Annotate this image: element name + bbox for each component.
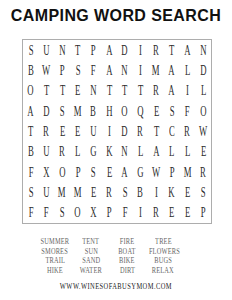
grid-cell-r3c2: T — [39, 81, 55, 101]
grid-cell-r2c7: N — [117, 60, 133, 80]
grid-cell-r9c12: P — [195, 203, 211, 223]
grid-letter: S — [60, 205, 65, 220]
grid-cell-r6c9: A — [148, 142, 164, 162]
grid-cell-r1c10: T — [164, 40, 180, 60]
word-label: TRAIL — [45, 257, 65, 266]
grid-letter: N — [122, 63, 128, 78]
grid-letter: I — [139, 205, 142, 220]
word-smores: SMORES — [37, 248, 73, 257]
word-list: SUMMERTENTFIRETREESMORESSUNBOATFLOWERSTR… — [37, 238, 183, 275]
grid-cell-r8c10: K — [164, 182, 180, 202]
grid-cell-r1c12: N — [195, 40, 211, 60]
grid-cell-r3c7: T — [117, 81, 133, 101]
grid-cell-r8c7: S — [117, 182, 133, 202]
grid-letter: F — [122, 205, 127, 220]
grid-letter: E — [60, 124, 65, 139]
grid-letter: L — [185, 63, 190, 78]
grid-cell-r6c6: K — [101, 142, 117, 162]
grid-letter: T — [138, 83, 143, 98]
grid-cell-r8c8: B — [133, 182, 149, 202]
grid-letter: E — [75, 124, 80, 139]
grid-letter: E — [185, 205, 190, 220]
grid-letter: E — [185, 185, 190, 200]
grid-letter: P — [75, 165, 80, 180]
grid-cell-r8c9: I — [148, 182, 164, 202]
grid-cell-r1c3: N — [54, 40, 70, 60]
word-sun: SUN — [73, 248, 109, 257]
grid-cell-r2c12: D — [195, 60, 211, 80]
grid-cell-r6c3: R — [54, 142, 70, 162]
grid-letter: O — [75, 205, 81, 220]
grid-cell-r5c10: C — [164, 121, 180, 141]
word-label: SAND — [82, 257, 100, 266]
grid-letter: A — [169, 83, 175, 98]
grid-cell-r4c10: S — [164, 101, 180, 121]
grid-cell-r2c6: A — [101, 60, 117, 80]
grid-cell-r4c6: H — [101, 101, 117, 121]
grid-cell-r9c10: E — [164, 203, 180, 223]
grid-cell-r7c9: W — [148, 162, 164, 182]
grid-cell-r8c6: R — [101, 182, 117, 202]
grid-cell-r6c8: L — [133, 142, 149, 162]
letter-grid: SUNTPADIRTANBWPSFANIMALDOTTENTTTRAILADSM… — [22, 39, 212, 224]
grid-letter: M — [74, 104, 82, 119]
grid-cell-r9c3: S — [54, 203, 70, 223]
grid-cell-r2c3: P — [54, 60, 70, 80]
grid-cell-r8c4: M — [70, 182, 86, 202]
grid-cell-r2c4: S — [70, 60, 86, 80]
grid-letter: P — [201, 205, 206, 220]
grid-letter: R — [106, 185, 112, 200]
grid-letter: N — [200, 43, 206, 58]
word-label: DIRT — [119, 267, 134, 276]
grid-letter: T — [44, 83, 49, 98]
grid-cell-r5c9: T — [148, 121, 164, 141]
grid-letter: R — [138, 124, 144, 139]
footer-url: WWW.WINESOFABUSYMOM.COM — [0, 281, 232, 291]
grid-cell-r3c4: E — [70, 81, 86, 101]
grid-cell-r4c7: O — [117, 101, 133, 121]
grid-cell-r5c11: R — [180, 121, 196, 141]
grid-letter: S — [75, 63, 80, 78]
word-bike: BIKE — [109, 257, 145, 266]
grid-letter: T — [28, 124, 33, 139]
grid-letter: A — [106, 43, 112, 58]
grid-cell-r2c8: I — [133, 60, 149, 80]
word-relax: RELAX — [145, 267, 181, 276]
grid-letter: P — [60, 63, 65, 78]
grid-letter: B — [28, 144, 34, 159]
grid-letter: S — [201, 185, 206, 200]
grid-letter: X — [90, 205, 96, 220]
grid-letter: A — [106, 63, 112, 78]
grid-letter: T — [60, 83, 65, 98]
grid-letter: I — [139, 43, 142, 58]
word-label: TREE — [155, 238, 172, 247]
word-summer: SUMMER — [37, 238, 73, 247]
grid-cell-r7c3: O — [54, 162, 70, 182]
grid-letter: P — [107, 205, 112, 220]
grid-letter: F — [28, 165, 33, 180]
grid-letter: U — [43, 43, 49, 58]
grid-cell-r3c8: T — [133, 81, 149, 101]
grid-cell-r6c12: E — [195, 142, 211, 162]
grid-cell-r3c3: T — [54, 81, 70, 101]
grid-cell-r4c5: B — [86, 101, 102, 121]
grid-cell-r1c9: R — [148, 40, 164, 60]
grid-letter: T — [154, 124, 159, 139]
grid-letter: I — [139, 63, 142, 78]
grid-cell-r1c6: A — [101, 40, 117, 60]
grid-cell-r3c1: O — [23, 81, 39, 101]
grid-letter: F — [28, 205, 33, 220]
grid-cell-r4c8: Q — [133, 101, 149, 121]
word-label: RELAX — [152, 267, 174, 276]
grid-cell-r1c4: T — [70, 40, 86, 60]
grid-cell-r7c6: E — [101, 162, 117, 182]
grid-cell-r7c7: A — [117, 162, 133, 182]
grid-letter: R — [185, 124, 191, 139]
grid-letter: A — [122, 165, 128, 180]
grid-letter: O — [28, 83, 34, 98]
grid-cell-r3c12: L — [195, 81, 211, 101]
word-label: WATER — [80, 267, 102, 276]
grid-letter: U — [43, 185, 49, 200]
grid-letter: O — [122, 104, 128, 119]
grid-letter: P — [91, 43, 96, 58]
grid-letter: M — [152, 63, 160, 78]
grid-letter: E — [75, 83, 80, 98]
grid-letter: C — [169, 124, 175, 139]
worksheet-page: CAMPING WORD SEARCH SUNTPADIRTANBWPSFANI… — [0, 0, 232, 300]
grid-letter: H — [106, 104, 112, 119]
grid-letter: L — [138, 144, 143, 159]
grid-cell-r8c2: U — [39, 182, 55, 202]
grid-cell-r4c9: E — [148, 101, 164, 121]
grid-letter: S — [122, 185, 127, 200]
grid-cell-r6c4: L — [70, 142, 86, 162]
grid-letter: E — [154, 104, 159, 119]
grid-letter: T — [122, 83, 127, 98]
grid-letter: E — [107, 165, 112, 180]
word-dirt: DIRT — [109, 267, 145, 276]
grid-letter: E — [91, 185, 96, 200]
grid-cell-r1c7: D — [117, 40, 133, 60]
grid-cell-r8c1: S — [23, 182, 39, 202]
grid-letter: S — [60, 104, 65, 119]
word-sand: SAND — [73, 257, 109, 266]
grid-cell-r7c12: R — [195, 162, 211, 182]
grid-cell-r6c7: N — [117, 142, 133, 162]
grid-cell-r5c6: I — [101, 121, 117, 141]
grid-cell-r3c5: N — [86, 81, 102, 101]
grid-letter: Q — [137, 104, 143, 119]
grid-cell-r4c1: A — [23, 101, 39, 121]
grid-letter: B — [28, 63, 34, 78]
grid-letter: U — [90, 124, 96, 139]
grid-cell-r8c3: M — [54, 182, 70, 202]
word-boat: BOAT — [109, 248, 145, 257]
word-label: FLOWERS — [149, 248, 180, 257]
grid-cell-r1c2: U — [39, 40, 55, 60]
grid-letter: R — [153, 83, 159, 98]
word-flowers: FLOWERS — [145, 248, 181, 257]
grid-cell-r9c4: O — [70, 203, 86, 223]
grid-letter: K — [106, 144, 112, 159]
grid-cell-r5c8: R — [133, 121, 149, 141]
grid-letter: F — [185, 104, 190, 119]
grid-letter: O — [59, 165, 65, 180]
grid-letter: U — [43, 144, 49, 159]
grid-letter: S — [28, 185, 33, 200]
grid-cell-r9c9: R — [148, 203, 164, 223]
grid-letter: L — [169, 144, 174, 159]
grid-cell-r7c2: X — [39, 162, 55, 182]
grid-letter: D — [43, 104, 49, 119]
grid-cell-r7c10: P — [164, 162, 180, 182]
grid-cell-r5c12: W — [195, 121, 211, 141]
grid-letter: S — [28, 43, 33, 58]
word-fire: FIRE — [109, 238, 145, 247]
word-hike: HIKE — [37, 267, 73, 276]
grid-cell-r6c10: L — [164, 142, 180, 162]
grid-cell-r3c10: A — [164, 81, 180, 101]
grid-cell-r3c11: I — [180, 81, 196, 101]
grid-letter: R — [153, 43, 159, 58]
grid-letter: A — [153, 144, 159, 159]
grid-cell-r1c8: I — [133, 40, 149, 60]
grid-cell-r8c12: S — [195, 182, 211, 202]
word-label: BIKE — [119, 257, 135, 266]
grid-letter: M — [184, 165, 192, 180]
grid-letter: G — [90, 144, 96, 159]
grid-letter: F — [44, 205, 49, 220]
grid-cell-r4c12: O — [195, 101, 211, 121]
grid-cell-r9c11: E — [180, 203, 196, 223]
grid-cell-r4c3: S — [54, 101, 70, 121]
word-tent: TENT — [73, 238, 109, 247]
grid-cell-r2c11: L — [180, 60, 196, 80]
grid-letter: L — [201, 83, 206, 98]
grid-letter: K — [169, 185, 175, 200]
grid-cell-r9c6: P — [101, 203, 117, 223]
grid-cell-r1c11: A — [180, 40, 196, 60]
grid-cell-r6c11: L — [180, 142, 196, 162]
grid-cell-r6c2: U — [39, 142, 55, 162]
grid-letter: M — [74, 185, 82, 200]
grid-cell-r7c11: M — [180, 162, 196, 182]
grid-cell-r2c10: A — [164, 60, 180, 80]
word-label: HIKE — [47, 267, 63, 276]
grid-letter: F — [91, 63, 96, 78]
grid-letter: X — [43, 165, 49, 180]
grid-letter: B — [138, 185, 144, 200]
grid-letter: T — [169, 43, 174, 58]
word-water: WATER — [73, 267, 109, 276]
grid-letter: M — [58, 185, 66, 200]
grid-letter: N — [59, 43, 65, 58]
word-tree: TREE — [145, 238, 181, 247]
grid-letter: D — [200, 63, 206, 78]
grid-letter: A — [28, 104, 34, 119]
grid-cell-r9c8: I — [133, 203, 149, 223]
grid-letter: A — [169, 63, 175, 78]
grid-letter: W — [42, 63, 50, 78]
grid-letter: S — [91, 165, 96, 180]
word-label: BUGS — [154, 257, 172, 266]
grid-cell-r4c4: M — [70, 101, 86, 121]
grid-cell-r9c7: F — [117, 203, 133, 223]
puzzle-title: CAMPING WORD SEARCH — [0, 6, 232, 25]
grid-cell-r5c1: T — [23, 121, 39, 141]
word-label: SUMMER — [41, 238, 70, 247]
grid-cell-r7c1: F — [23, 162, 39, 182]
grid-cell-r3c9: R — [148, 81, 164, 101]
word-label: SMORES — [42, 248, 69, 257]
grid-cell-r9c1: F — [23, 203, 39, 223]
grid-cell-r7c5: S — [86, 162, 102, 182]
word-trail: TRAIL — [37, 257, 73, 266]
grid-cell-r7c8: G — [133, 162, 149, 182]
grid-letter: W — [199, 124, 207, 139]
grid-cell-r4c2: D — [39, 101, 55, 121]
grid-cell-r6c1: B — [23, 142, 39, 162]
grid-letter: T — [107, 83, 112, 98]
grid-letter: I — [155, 185, 158, 200]
grid-cell-r9c5: X — [86, 203, 102, 223]
grid-letter: I — [108, 124, 111, 139]
grid-cell-r5c2: R — [39, 121, 55, 141]
grid-letter: B — [91, 104, 97, 119]
word-bugs: BUGS — [145, 257, 181, 266]
grid-letter: I — [186, 83, 189, 98]
grid-letter: W — [152, 165, 160, 180]
grid-letter: G — [137, 165, 143, 180]
grid-letter: R — [44, 124, 50, 139]
grid-letter: D — [122, 124, 128, 139]
grid-cell-r2c1: B — [23, 60, 39, 80]
grid-cell-r5c3: E — [54, 121, 70, 141]
grid-cell-r5c4: E — [70, 121, 86, 141]
grid-letter: L — [75, 144, 80, 159]
grid-cell-r3c6: T — [101, 81, 117, 101]
grid-letter: D — [122, 43, 128, 58]
word-label: FIRE — [120, 238, 135, 247]
grid-cell-r8c5: E — [86, 182, 102, 202]
word-label: TENT — [83, 238, 100, 247]
grid-cell-r1c5: P — [86, 40, 102, 60]
grid-letter: A — [184, 43, 190, 58]
grid-cell-r4c11: F — [180, 101, 196, 121]
grid-cell-r5c7: D — [117, 121, 133, 141]
grid-letter: E — [201, 144, 206, 159]
grid-cell-r2c5: F — [86, 60, 102, 80]
grid-letter: R — [59, 144, 65, 159]
grid-letter: E — [169, 205, 174, 220]
word-label: BOAT — [118, 248, 135, 257]
grid-letter: R — [200, 165, 206, 180]
grid-letter: N — [90, 83, 96, 98]
grid-letter: P — [169, 165, 174, 180]
grid-cell-r5c5: U — [86, 121, 102, 141]
grid-cell-r2c9: M — [148, 60, 164, 80]
grid-cell-r6c5: G — [86, 142, 102, 162]
grid-cell-r9c2: F — [39, 203, 55, 223]
grid-cell-r2c2: W — [39, 60, 55, 80]
grid-cell-r8c11: E — [180, 182, 196, 202]
grid-letter: S — [169, 104, 174, 119]
grid-letter: L — [185, 144, 190, 159]
grid-letter: O — [200, 104, 206, 119]
grid-letter: N — [122, 144, 128, 159]
word-label: SUN — [84, 248, 97, 257]
grid-cell-r7c4: P — [70, 162, 86, 182]
grid-letter: T — [75, 43, 80, 58]
grid-cell-r1c1: S — [23, 40, 39, 60]
grid-letter: R — [153, 205, 159, 220]
footer-url-text: WWW.WINESOFABUSYMOM.COM — [60, 281, 172, 291]
